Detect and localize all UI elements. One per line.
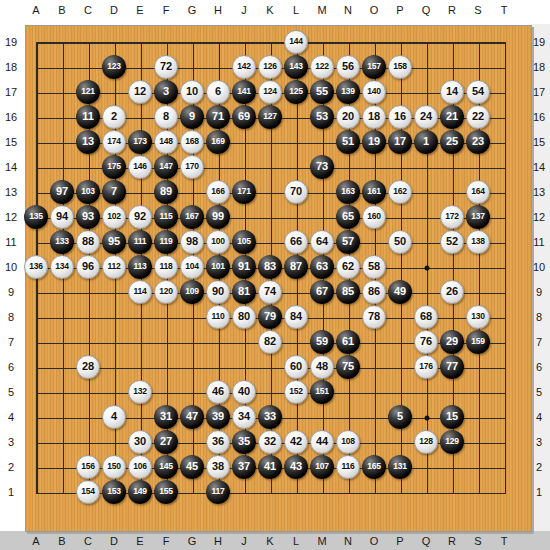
stone-S16: 22 — [466, 105, 490, 129]
row-label-right-19: 19 — [529, 34, 549, 50]
row-label-right-16: 16 — [529, 109, 549, 125]
stone-E1: 149 — [128, 480, 152, 504]
col-label-bottom-K: K — [260, 533, 280, 549]
stone-C10: 96 — [76, 255, 100, 279]
col-label-bottom-T: T — [494, 533, 514, 549]
stone-M5: 151 — [310, 380, 334, 404]
col-label-top-N: N — [338, 2, 358, 18]
stone-L5: 152 — [284, 380, 308, 404]
stone-J10: 91 — [232, 255, 256, 279]
col-label-bottom-H: H — [208, 533, 228, 549]
stone-B13: 97 — [50, 180, 74, 204]
col-label-top-K: K — [260, 2, 280, 18]
row-label-right-7: 7 — [529, 334, 549, 350]
stone-N6: 75 — [336, 355, 360, 379]
stone-H13: 166 — [206, 180, 230, 204]
row-label-left-17: 17 — [1, 84, 21, 100]
stone-K10: 83 — [258, 255, 282, 279]
stone-G11: 98 — [180, 230, 204, 254]
stone-O8: 78 — [362, 305, 386, 329]
col-label-top-C: C — [78, 2, 98, 18]
col-label-top-D: D — [104, 2, 124, 18]
stone-K2: 41 — [258, 455, 282, 479]
col-label-top-O: O — [364, 2, 384, 18]
stone-P18: 158 — [388, 55, 412, 79]
stone-D10: 112 — [102, 255, 126, 279]
row-label-left-1: 1 — [1, 484, 21, 500]
stone-O15: 19 — [362, 130, 386, 154]
row-label-right-6: 6 — [529, 359, 549, 375]
stone-M17: 55 — [310, 80, 334, 104]
stone-R12: 172 — [440, 205, 464, 229]
stone-H10: 101 — [206, 255, 230, 279]
row-label-left-19: 19 — [1, 34, 21, 50]
row-label-right-8: 8 — [529, 309, 549, 325]
stone-H3: 36 — [206, 430, 230, 454]
stone-B11: 133 — [50, 230, 74, 254]
row-label-right-5: 5 — [529, 384, 549, 400]
stone-G14: 170 — [180, 155, 204, 179]
stone-C2: 156 — [76, 455, 100, 479]
stone-L17: 125 — [284, 80, 308, 104]
stone-C11: 88 — [76, 230, 100, 254]
stone-N13: 163 — [336, 180, 360, 204]
stone-O9: 86 — [362, 280, 386, 304]
col-label-top-L: L — [286, 2, 306, 18]
stone-J9: 81 — [232, 280, 256, 304]
stone-E14: 146 — [128, 155, 152, 179]
stone-G9: 109 — [180, 280, 204, 304]
col-label-bottom-M: M — [312, 533, 332, 549]
stone-M18: 122 — [310, 55, 334, 79]
col-label-top-G: G — [182, 2, 202, 18]
stone-L8: 84 — [284, 305, 308, 329]
stone-F11: 119 — [154, 230, 178, 254]
stone-K4: 33 — [258, 405, 282, 429]
stone-F13: 89 — [154, 180, 178, 204]
stone-R16: 21 — [440, 105, 464, 129]
stone-D16: 2 — [102, 105, 126, 129]
col-label-top-F: F — [156, 2, 176, 18]
stone-L13: 70 — [284, 180, 308, 204]
row-label-left-5: 5 — [1, 384, 21, 400]
stone-O12: 160 — [362, 205, 386, 229]
stone-Q6: 176 — [414, 355, 438, 379]
stone-O16: 18 — [362, 105, 386, 129]
stone-F18: 72 — [154, 55, 178, 79]
row-label-right-1: 1 — [529, 484, 549, 500]
col-label-top-J: J — [234, 2, 254, 18]
stone-R3: 129 — [440, 430, 464, 454]
row-label-left-2: 2 — [1, 459, 21, 475]
stone-F17: 3 — [154, 80, 178, 104]
col-label-bottom-E: E — [130, 533, 150, 549]
stone-N15: 51 — [336, 130, 360, 154]
stone-H15: 169 — [206, 130, 230, 154]
stone-D4: 4 — [102, 405, 126, 429]
stone-J17: 141 — [232, 80, 256, 104]
stone-P15: 17 — [388, 130, 412, 154]
stone-S13: 164 — [466, 180, 490, 204]
stone-Q8: 68 — [414, 305, 438, 329]
col-label-bottom-D: D — [104, 533, 124, 549]
row-label-left-8: 8 — [1, 309, 21, 325]
row-label-left-6: 6 — [1, 359, 21, 375]
stone-C1: 154 — [76, 480, 100, 504]
row-label-left-13: 13 — [1, 184, 21, 200]
row-label-right-12: 12 — [529, 209, 549, 225]
stone-J8: 80 — [232, 305, 256, 329]
col-label-bottom-S: S — [468, 533, 488, 549]
stone-S12: 137 — [466, 205, 490, 229]
col-label-bottom-A: A — [26, 533, 46, 549]
stone-N9: 85 — [336, 280, 360, 304]
row-label-left-4: 4 — [1, 409, 21, 425]
col-label-top-E: E — [130, 2, 150, 18]
stone-N18: 56 — [336, 55, 360, 79]
go-diagram-page: 1234567891011121314151617181920212223242… — [0, 0, 550, 550]
stone-K7: 82 — [258, 330, 282, 354]
col-label-bottom-R: R — [442, 533, 462, 549]
stone-H17: 6 — [206, 80, 230, 104]
stone-H11: 100 — [206, 230, 230, 254]
stone-C6: 28 — [76, 355, 100, 379]
stone-O18: 157 — [362, 55, 386, 79]
stone-D1: 153 — [102, 480, 126, 504]
stone-N10: 62 — [336, 255, 360, 279]
row-label-left-14: 14 — [1, 159, 21, 175]
col-label-bottom-O: O — [364, 533, 384, 549]
stone-L11: 66 — [284, 230, 308, 254]
stone-M2: 107 — [310, 455, 334, 479]
col-label-top-H: H — [208, 2, 228, 18]
row-label-right-13: 13 — [529, 184, 549, 200]
stone-F15: 148 — [154, 130, 178, 154]
stone-P9: 49 — [388, 280, 412, 304]
stone-C16: 11 — [76, 105, 100, 129]
stone-J3: 35 — [232, 430, 256, 454]
row-label-left-11: 11 — [1, 234, 21, 250]
stone-H8: 110 — [206, 305, 230, 329]
stone-D18: 123 — [102, 55, 126, 79]
stone-H4: 39 — [206, 405, 230, 429]
stone-H1: 117 — [206, 480, 230, 504]
row-label-right-11: 11 — [529, 234, 549, 250]
stone-J2: 37 — [232, 455, 256, 479]
col-label-top-B: B — [52, 2, 72, 18]
col-label-bottom-N: N — [338, 533, 358, 549]
col-label-top-P: P — [390, 2, 410, 18]
row-label-right-9: 9 — [529, 284, 549, 300]
stone-F4: 31 — [154, 405, 178, 429]
row-label-right-18: 18 — [529, 59, 549, 75]
stone-S17: 54 — [466, 80, 490, 104]
row-label-right-15: 15 — [529, 134, 549, 150]
row-label-left-12: 12 — [1, 209, 21, 225]
stone-P16: 16 — [388, 105, 412, 129]
row-label-left-15: 15 — [1, 134, 21, 150]
col-label-top-R: R — [442, 2, 462, 18]
stone-N17: 139 — [336, 80, 360, 104]
stone-G12: 167 — [180, 205, 204, 229]
stone-O17: 140 — [362, 80, 386, 104]
stone-P11: 50 — [388, 230, 412, 254]
stone-R4: 15 — [440, 405, 464, 429]
stone-R7: 29 — [440, 330, 464, 354]
stone-J4: 34 — [232, 405, 256, 429]
stone-O10: 58 — [362, 255, 386, 279]
stone-B10: 134 — [50, 255, 74, 279]
col-label-bottom-L: L — [286, 533, 306, 549]
col-label-bottom-Q: Q — [416, 533, 436, 549]
stone-F16: 8 — [154, 105, 178, 129]
stone-M7: 59 — [310, 330, 334, 354]
stone-G15: 168 — [180, 130, 204, 154]
stone-L10: 87 — [284, 255, 308, 279]
col-label-top-M: M — [312, 2, 332, 18]
stone-F9: 120 — [154, 280, 178, 304]
row-label-right-14: 14 — [529, 159, 549, 175]
stone-H12: 99 — [206, 205, 230, 229]
row-label-left-3: 3 — [1, 434, 21, 450]
stone-O2: 165 — [362, 455, 386, 479]
stone-Q3: 128 — [414, 430, 438, 454]
row-label-right-10: 10 — [529, 259, 549, 275]
stone-C13: 103 — [76, 180, 100, 204]
stone-J16: 69 — [232, 105, 256, 129]
stone-K17: 124 — [258, 80, 282, 104]
stone-F2: 145 — [154, 455, 178, 479]
row-label-left-16: 16 — [1, 109, 21, 125]
stone-N2: 116 — [336, 455, 360, 479]
col-label-top-S: S — [468, 2, 488, 18]
stone-F10: 118 — [154, 255, 178, 279]
stone-J18: 142 — [232, 55, 256, 79]
stone-R6: 77 — [440, 355, 464, 379]
stone-A10: 136 — [24, 255, 48, 279]
stone-G17: 10 — [180, 80, 204, 104]
stone-G4: 47 — [180, 405, 204, 429]
col-label-bottom-G: G — [182, 533, 202, 549]
stone-F3: 27 — [154, 430, 178, 454]
stone-K3: 32 — [258, 430, 282, 454]
stone-E10: 113 — [128, 255, 152, 279]
stone-L19: 144 — [284, 30, 308, 54]
stone-F12: 115 — [154, 205, 178, 229]
row-label-right-3: 3 — [529, 434, 549, 450]
row-label-left-7: 7 — [1, 334, 21, 350]
stone-M10: 63 — [310, 255, 334, 279]
stone-E9: 114 — [128, 280, 152, 304]
stone-P13: 162 — [388, 180, 412, 204]
stone-P4: 5 — [388, 405, 412, 429]
col-label-bottom-P: P — [390, 533, 410, 549]
col-label-top-T: T — [494, 2, 514, 18]
row-label-left-9: 9 — [1, 284, 21, 300]
col-label-top-A: A — [26, 2, 46, 18]
col-label-bottom-B: B — [52, 533, 72, 549]
stone-H5: 46 — [206, 380, 230, 404]
stone-E5: 132 — [128, 380, 152, 404]
stone-J13: 171 — [232, 180, 256, 204]
stone-M3: 44 — [310, 430, 334, 454]
stone-M6: 48 — [310, 355, 334, 379]
row-label-right-17: 17 — [529, 84, 549, 100]
stone-S15: 23 — [466, 130, 490, 154]
stone-G2: 45 — [180, 455, 204, 479]
stone-H9: 90 — [206, 280, 230, 304]
stone-M16: 53 — [310, 105, 334, 129]
stone-F14: 147 — [154, 155, 178, 179]
stone-H2: 38 — [206, 455, 230, 479]
stone-R15: 25 — [440, 130, 464, 154]
stone-E17: 12 — [128, 80, 152, 104]
stone-N3: 108 — [336, 430, 360, 454]
stone-L3: 42 — [284, 430, 308, 454]
stone-H16: 71 — [206, 105, 230, 129]
row-label-right-2: 2 — [529, 459, 549, 475]
stone-J5: 40 — [232, 380, 256, 404]
stone-D2: 150 — [102, 455, 126, 479]
stone-D11: 95 — [102, 230, 126, 254]
stone-Q7: 76 — [414, 330, 438, 354]
stone-S8: 130 — [466, 305, 490, 329]
row-label-right-4: 4 — [529, 409, 549, 425]
stone-Q16: 24 — [414, 105, 438, 129]
col-label-bottom-F: F — [156, 533, 176, 549]
stone-N16: 20 — [336, 105, 360, 129]
stone-D15: 174 — [102, 130, 126, 154]
stone-B12: 94 — [50, 205, 74, 229]
stone-C12: 93 — [76, 205, 100, 229]
stone-K16: 127 — [258, 105, 282, 129]
col-label-top-Q: Q — [416, 2, 436, 18]
stone-R17: 14 — [440, 80, 464, 104]
stone-G10: 104 — [180, 255, 204, 279]
col-label-bottom-J: J — [234, 533, 254, 549]
stones-layer: 1234567891011121314151617181920212223242… — [23, 29, 517, 504]
right-label-band — [531, 24, 550, 531]
stone-K18: 126 — [258, 55, 282, 79]
stone-D12: 102 — [102, 205, 126, 229]
stone-M9: 67 — [310, 280, 334, 304]
stone-E3: 30 — [128, 430, 152, 454]
stone-D14: 175 — [102, 155, 126, 179]
stone-C15: 13 — [76, 130, 100, 154]
stone-M14: 73 — [310, 155, 334, 179]
row-label-left-10: 10 — [1, 259, 21, 275]
col-label-bottom-C: C — [78, 533, 98, 549]
stone-Q15: 1 — [414, 130, 438, 154]
stone-S7: 159 — [466, 330, 490, 354]
stone-G16: 9 — [180, 105, 204, 129]
stone-K8: 79 — [258, 305, 282, 329]
stone-K9: 74 — [258, 280, 282, 304]
stone-E15: 173 — [128, 130, 152, 154]
stone-L18: 143 — [284, 55, 308, 79]
stone-D13: 7 — [102, 180, 126, 204]
stone-E11: 111 — [128, 230, 152, 254]
stone-J11: 105 — [232, 230, 256, 254]
stone-L6: 60 — [284, 355, 308, 379]
stone-O13: 161 — [362, 180, 386, 204]
stone-N11: 57 — [336, 230, 360, 254]
stone-S11: 138 — [466, 230, 490, 254]
stone-L2: 43 — [284, 455, 308, 479]
stone-C17: 121 — [76, 80, 100, 104]
stone-P2: 131 — [388, 455, 412, 479]
stone-N12: 65 — [336, 205, 360, 229]
stone-N7: 61 — [336, 330, 360, 354]
stone-E12: 92 — [128, 205, 152, 229]
stone-F1: 155 — [154, 480, 178, 504]
stone-R9: 26 — [440, 280, 464, 304]
stone-R11: 52 — [440, 230, 464, 254]
row-label-left-18: 18 — [1, 59, 21, 75]
stone-A12: 135 — [24, 205, 48, 229]
stone-E2: 106 — [128, 455, 152, 479]
stone-M11: 64 — [310, 230, 334, 254]
